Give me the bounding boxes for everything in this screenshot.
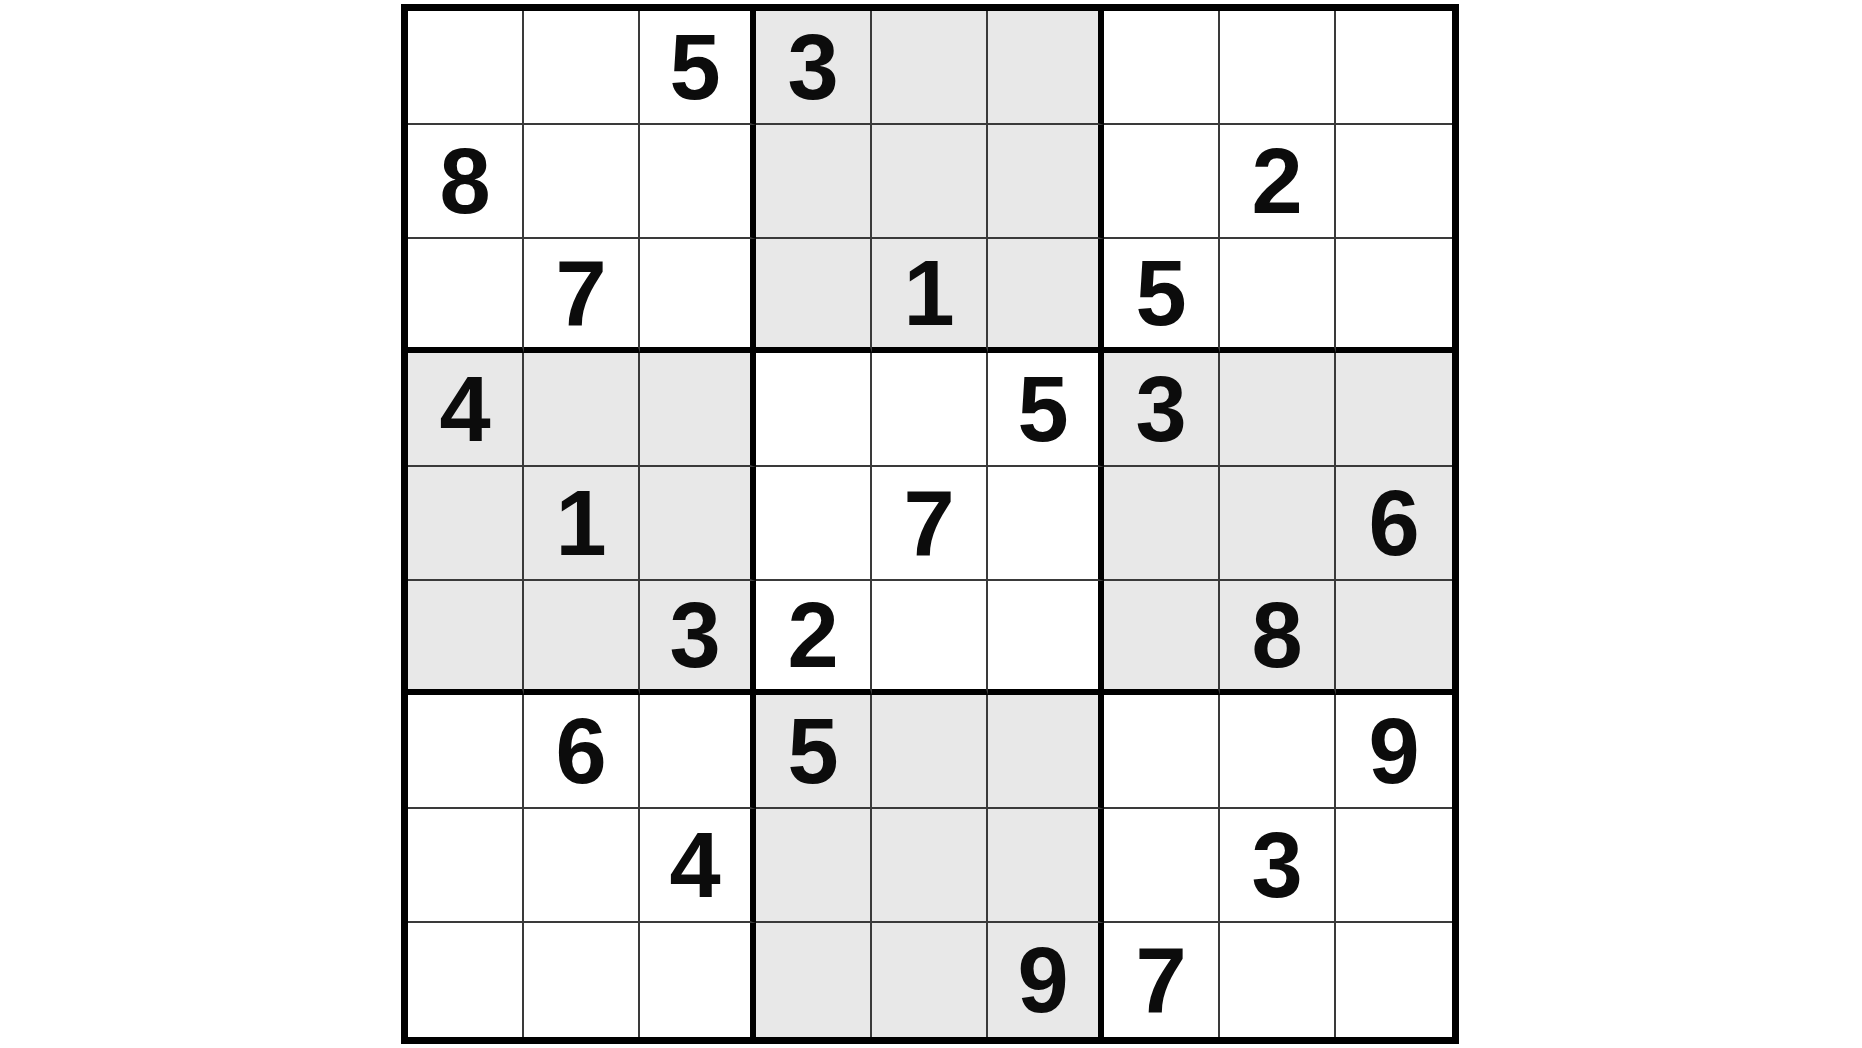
page: 53827154531763286594397 [0, 0, 1862, 1048]
cell-r8c4[interactable] [756, 809, 872, 923]
cell-r6c2[interactable] [524, 581, 640, 695]
cell-r3c2[interactable]: 7 [524, 239, 640, 353]
cell-r1c6[interactable] [988, 11, 1104, 125]
cell-r3c4[interactable] [756, 239, 872, 353]
cell-r9c1[interactable] [408, 923, 524, 1037]
cell-r9c5[interactable] [872, 923, 988, 1037]
cell-r4c9[interactable] [1336, 353, 1452, 467]
cell-r5c9[interactable]: 6 [1336, 467, 1452, 581]
cell-r3c1[interactable] [408, 239, 524, 353]
cell-r8c1[interactable] [408, 809, 524, 923]
cell-r7c5[interactable] [872, 695, 988, 809]
cell-r9c7[interactable]: 7 [1104, 923, 1220, 1037]
cell-r6c9[interactable] [1336, 581, 1452, 695]
cell-r2c2[interactable] [524, 125, 640, 239]
cell-r2c4[interactable] [756, 125, 872, 239]
cell-r7c4[interactable]: 5 [756, 695, 872, 809]
cell-r3c5[interactable]: 1 [872, 239, 988, 353]
cell-r7c1[interactable] [408, 695, 524, 809]
cell-r1c9[interactable] [1336, 11, 1452, 125]
cell-r2c5[interactable] [872, 125, 988, 239]
cell-r3c7[interactable]: 5 [1104, 239, 1220, 353]
cell-r9c9[interactable] [1336, 923, 1452, 1037]
cell-r7c6[interactable] [988, 695, 1104, 809]
cell-r8c6[interactable] [988, 809, 1104, 923]
cell-r4c1[interactable]: 4 [408, 353, 524, 467]
cell-r5c2[interactable]: 1 [524, 467, 640, 581]
cell-r4c7[interactable]: 3 [1104, 353, 1220, 467]
cell-r5c4[interactable] [756, 467, 872, 581]
cell-r9c6[interactable]: 9 [988, 923, 1104, 1037]
cell-r6c8[interactable]: 8 [1220, 581, 1336, 695]
cell-r6c5[interactable] [872, 581, 988, 695]
cell-r5c3[interactable] [640, 467, 756, 581]
cell-r7c9[interactable]: 9 [1336, 695, 1452, 809]
cell-r1c7[interactable] [1104, 11, 1220, 125]
cell-r8c2[interactable] [524, 809, 640, 923]
cell-r2c6[interactable] [988, 125, 1104, 239]
cell-r6c1[interactable] [408, 581, 524, 695]
cell-r9c3[interactable] [640, 923, 756, 1037]
cell-r1c2[interactable] [524, 11, 640, 125]
sudoku-board: 53827154531763286594397 [401, 4, 1459, 1044]
cell-r2c8[interactable]: 2 [1220, 125, 1336, 239]
cell-r4c6[interactable]: 5 [988, 353, 1104, 467]
cell-r2c7[interactable] [1104, 125, 1220, 239]
cell-r4c5[interactable] [872, 353, 988, 467]
cell-r1c3[interactable]: 5 [640, 11, 756, 125]
cell-r2c1[interactable]: 8 [408, 125, 524, 239]
cell-r5c7[interactable] [1104, 467, 1220, 581]
cell-r5c1[interactable] [408, 467, 524, 581]
cell-r7c8[interactable] [1220, 695, 1336, 809]
cell-r4c4[interactable] [756, 353, 872, 467]
cell-r2c3[interactable] [640, 125, 756, 239]
cell-r4c2[interactable] [524, 353, 640, 467]
cell-r7c3[interactable] [640, 695, 756, 809]
cell-r5c5[interactable]: 7 [872, 467, 988, 581]
cell-r8c8[interactable]: 3 [1220, 809, 1336, 923]
cell-r3c9[interactable] [1336, 239, 1452, 353]
cell-r5c8[interactable] [1220, 467, 1336, 581]
cell-r1c4[interactable]: 3 [756, 11, 872, 125]
cell-r4c8[interactable] [1220, 353, 1336, 467]
cell-r1c5[interactable] [872, 11, 988, 125]
cell-r2c9[interactable] [1336, 125, 1452, 239]
cell-r6c4[interactable]: 2 [756, 581, 872, 695]
cell-r4c3[interactable] [640, 353, 756, 467]
cell-r8c3[interactable]: 4 [640, 809, 756, 923]
cell-r7c2[interactable]: 6 [524, 695, 640, 809]
cell-r8c5[interactable] [872, 809, 988, 923]
cell-r3c8[interactable] [1220, 239, 1336, 353]
cell-r7c7[interactable] [1104, 695, 1220, 809]
cell-r6c7[interactable] [1104, 581, 1220, 695]
cell-r9c4[interactable] [756, 923, 872, 1037]
cell-r5c6[interactable] [988, 467, 1104, 581]
cell-r9c2[interactable] [524, 923, 640, 1037]
cell-r6c3[interactable]: 3 [640, 581, 756, 695]
cell-r3c3[interactable] [640, 239, 756, 353]
cell-r1c1[interactable] [408, 11, 524, 125]
cell-r1c8[interactable] [1220, 11, 1336, 125]
cell-r8c9[interactable] [1336, 809, 1452, 923]
cell-r3c6[interactable] [988, 239, 1104, 353]
cell-r9c8[interactable] [1220, 923, 1336, 1037]
cell-r6c6[interactable] [988, 581, 1104, 695]
cell-r8c7[interactable] [1104, 809, 1220, 923]
